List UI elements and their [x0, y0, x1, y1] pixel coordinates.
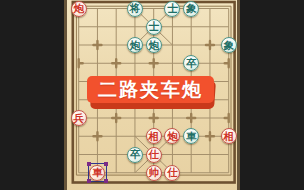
piece-black-elephant[interactable]: 象: [221, 37, 237, 53]
piece-red-elephant[interactable]: 相: [221, 128, 237, 144]
tactic-banner-label: 二路夹车炮: [98, 77, 203, 103]
piece-black-elephant[interactable]: 象: [183, 1, 199, 17]
piece-red-cannon[interactable]: 炮: [71, 1, 87, 17]
piece-black-cannon[interactable]: 炮: [146, 37, 162, 53]
video-frame: 炮将士象士炮炮象卒兵相炮車相卒仕車帅仕 二路夹车炮: [0, 0, 304, 190]
piece-black-soldier[interactable]: 卒: [127, 147, 143, 163]
piece-black-cannon[interactable]: 炮: [127, 37, 143, 53]
piece-black-advisor[interactable]: 士: [164, 1, 180, 17]
tactic-banner: 二路夹车炮: [87, 76, 214, 103]
piece-black-general[interactable]: 将: [127, 1, 143, 17]
piece-red-advisor[interactable]: 仕: [146, 147, 162, 163]
piece-red-soldier[interactable]: 兵: [71, 110, 87, 126]
piece-black-advisor[interactable]: 士: [146, 19, 162, 35]
piece-red-elephant[interactable]: 相: [146, 128, 162, 144]
piece-red-general[interactable]: 帅: [146, 165, 162, 181]
